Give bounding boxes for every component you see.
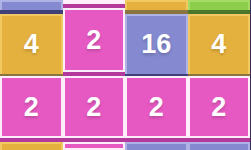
tile-16-blue[interactable]: 16 [125, 14, 188, 76]
tile-value: 2 [86, 27, 101, 54]
tile-4-yellow[interactable]: 4 [188, 14, 251, 76]
tile-value: 2 [149, 94, 164, 121]
partial-tile-pink-bottom[interactable] [63, 142, 126, 150]
partial-tile-blue-bottom[interactable] [188, 142, 251, 150]
game-board: 4 2 16 4 2 2 2 2 [0, 0, 250, 150]
tile-2-pink[interactable]: 2 [188, 76, 251, 142]
tile-2-pink[interactable]: 2 [125, 76, 188, 142]
partial-tile-yellow-top[interactable] [125, 0, 188, 14]
partial-tile-green-top[interactable] [188, 0, 251, 14]
partial-tile-blue-top[interactable] [0, 0, 63, 14]
tile-2-pink[interactable]: 2 [0, 76, 63, 142]
partial-tile-blue-bottom[interactable] [125, 142, 188, 150]
tile-value: 2 [211, 94, 226, 121]
tile-2-pink[interactable]: 2 [63, 76, 126, 142]
partial-tile-pink-top[interactable] [63, 0, 126, 8]
tile-2-pink[interactable]: 2 [63, 8, 126, 76]
tile-value: 4 [24, 31, 39, 58]
tile-value: 2 [86, 94, 101, 121]
tile-value: 2 [24, 94, 39, 121]
tile-4-yellow[interactable]: 4 [0, 14, 63, 76]
tile-value: 4 [211, 31, 226, 58]
partial-tile-yellow-bottom[interactable] [0, 142, 63, 150]
tile-value: 16 [141, 31, 171, 58]
